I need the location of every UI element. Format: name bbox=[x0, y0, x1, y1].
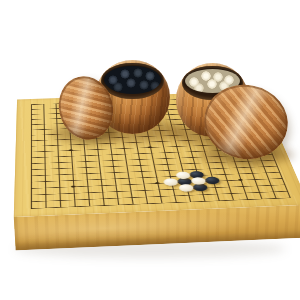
star-point bbox=[147, 146, 151, 148]
white-stone bbox=[162, 178, 178, 186]
white-stone bbox=[190, 177, 206, 185]
black-stone bbox=[204, 176, 221, 184]
white-stone bbox=[178, 184, 194, 192]
star-point bbox=[71, 185, 75, 187]
star-point bbox=[237, 179, 242, 181]
star-point bbox=[68, 149, 72, 151]
board-ground-shadow bbox=[14, 240, 286, 258]
go-set-product-photo bbox=[0, 0, 300, 300]
star-point bbox=[154, 182, 159, 184]
black-stone-heap bbox=[104, 66, 161, 94]
